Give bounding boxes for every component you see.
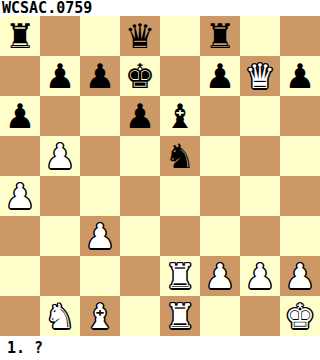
square-g5[interactable] [240,136,280,176]
square-f5[interactable] [200,136,240,176]
white-knight[interactable]: ♞ [45,296,75,336]
square-c8[interactable] [80,16,120,56]
square-b1[interactable]: ♞ [40,296,80,336]
square-f7[interactable]: ♟ [200,56,240,96]
square-b5[interactable]: ♟ [40,136,80,176]
square-c6[interactable] [80,96,120,136]
square-c2[interactable] [80,256,120,296]
square-b4[interactable] [40,176,80,216]
black-pawn[interactable]: ♟ [85,56,115,96]
square-b7[interactable]: ♟ [40,56,80,96]
black-pawn[interactable]: ♟ [285,56,315,96]
square-d4[interactable] [120,176,160,216]
square-d6[interactable]: ♟ [120,96,160,136]
square-a3[interactable] [0,216,40,256]
square-a8[interactable]: ♜ [0,16,40,56]
black-pawn[interactable]: ♟ [205,56,235,96]
square-g1[interactable] [240,296,280,336]
white-rook[interactable]: ♜ [165,256,195,296]
square-c5[interactable] [80,136,120,176]
puzzle-title: WCSAC.0759 [0,0,320,16]
square-f3[interactable] [200,216,240,256]
white-rook[interactable]: ♜ [165,296,195,336]
square-e4[interactable] [160,176,200,216]
square-c3[interactable]: ♟ [80,216,120,256]
white-pawn[interactable]: ♟ [5,176,35,216]
black-pawn[interactable]: ♟ [45,56,75,96]
square-g6[interactable] [240,96,280,136]
square-g4[interactable] [240,176,280,216]
white-pawn[interactable]: ♟ [285,256,315,296]
square-c7[interactable]: ♟ [80,56,120,96]
white-queen[interactable]: ♛ [245,56,275,96]
square-f8[interactable]: ♜ [200,16,240,56]
square-f1[interactable] [200,296,240,336]
square-e1[interactable]: ♜ [160,296,200,336]
square-f6[interactable] [200,96,240,136]
square-e8[interactable] [160,16,200,56]
square-g3[interactable] [240,216,280,256]
square-d3[interactable] [120,216,160,256]
white-pawn[interactable]: ♟ [205,256,235,296]
black-rook[interactable]: ♜ [5,16,35,56]
black-rook[interactable]: ♜ [205,16,235,56]
square-b2[interactable] [40,256,80,296]
white-king[interactable]: ♚ [285,296,315,336]
square-d7[interactable]: ♚ [120,56,160,96]
black-knight[interactable]: ♞ [165,136,195,176]
white-bishop[interactable]: ♝ [85,296,115,336]
square-d8[interactable]: ♛ [120,16,160,56]
square-a5[interactable] [0,136,40,176]
square-a7[interactable] [0,56,40,96]
white-pawn[interactable]: ♟ [85,216,115,256]
square-a1[interactable] [0,296,40,336]
square-a6[interactable]: ♟ [0,96,40,136]
black-queen[interactable]: ♛ [125,16,155,56]
black-bishop[interactable]: ♝ [165,96,195,136]
move-prompt: 1. ? [0,336,320,360]
square-f4[interactable] [200,176,240,216]
square-d5[interactable] [120,136,160,176]
square-g7[interactable]: ♛ [240,56,280,96]
black-pawn[interactable]: ♟ [125,96,155,136]
black-pawn[interactable]: ♟ [5,96,35,136]
square-b3[interactable] [40,216,80,256]
chess-board: ♜♛♜♟♟♚♟♛♟♟♟♝♟♞♟♟♜♟♟♟♞♝♜♚ [0,16,320,336]
square-e3[interactable] [160,216,200,256]
square-b8[interactable] [40,16,80,56]
square-a4[interactable]: ♟ [0,176,40,216]
square-a2[interactable] [0,256,40,296]
square-g8[interactable] [240,16,280,56]
black-king[interactable]: ♚ [125,56,155,96]
white-pawn[interactable]: ♟ [245,256,275,296]
white-pawn[interactable]: ♟ [45,136,75,176]
square-e6[interactable]: ♝ [160,96,200,136]
square-f2[interactable]: ♟ [200,256,240,296]
square-h3[interactable] [280,216,320,256]
square-c4[interactable] [80,176,120,216]
square-e7[interactable] [160,56,200,96]
square-h2[interactable]: ♟ [280,256,320,296]
square-d2[interactable] [120,256,160,296]
square-h8[interactable] [280,16,320,56]
square-g2[interactable]: ♟ [240,256,280,296]
square-h1[interactable]: ♚ [280,296,320,336]
square-h7[interactable]: ♟ [280,56,320,96]
square-h5[interactable] [280,136,320,176]
square-h6[interactable] [280,96,320,136]
square-e2[interactable]: ♜ [160,256,200,296]
square-b6[interactable] [40,96,80,136]
square-h4[interactable] [280,176,320,216]
square-c1[interactable]: ♝ [80,296,120,336]
square-d1[interactable] [120,296,160,336]
square-e5[interactable]: ♞ [160,136,200,176]
